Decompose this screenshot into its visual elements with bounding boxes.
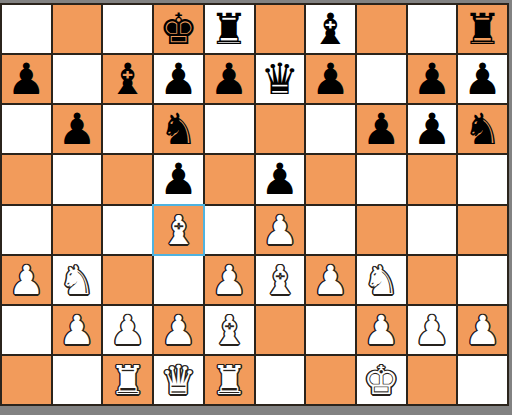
square-e1[interactable]: ♜: [205, 356, 254, 404]
white-bishop-icon: ♝: [161, 210, 197, 250]
square-f1[interactable]: [256, 356, 305, 404]
square-e8[interactable]: ♜: [205, 5, 254, 53]
black-rook-icon: ♜: [210, 8, 249, 51]
black-pawn-icon: ♟: [7, 58, 46, 101]
white-pawn-icon: ♟: [313, 260, 349, 300]
white-pawn-icon: ♟: [161, 310, 197, 350]
square-a4[interactable]: [2, 206, 51, 254]
white-pawn-icon: ♟: [465, 310, 501, 350]
white-pawn-icon: ♟: [262, 210, 298, 250]
square-h7[interactable]: [357, 55, 406, 103]
square-c6[interactable]: [103, 105, 152, 153]
white-pawn-icon: ♟: [8, 260, 44, 300]
square-j6[interactable]: ♞: [458, 105, 507, 153]
square-j1[interactable]: [458, 356, 507, 404]
white-pawn-icon: ♟: [414, 310, 450, 350]
square-j4[interactable]: [458, 206, 507, 254]
chess-board: ♚♜♝♜♟♝♟♟♛♟♟♟♟♞♟♟♞♟♟♝♟♟♞♟♝♟♞♟♟♟♝♟♟♟♜♛♜♚: [0, 3, 509, 406]
square-f8[interactable]: [256, 5, 305, 53]
square-a6[interactable]: [2, 105, 51, 153]
black-pawn-icon: ♟: [413, 108, 452, 151]
white-bishop-icon: ♝: [211, 310, 247, 350]
square-f3[interactable]: ♝: [256, 256, 305, 304]
square-d5[interactable]: ♟: [154, 155, 203, 203]
square-j3[interactable]: [458, 256, 507, 304]
black-bishop-icon: ♝: [311, 8, 350, 51]
square-b7[interactable]: [53, 55, 102, 103]
black-queen-icon: ♛: [261, 58, 300, 101]
square-b3[interactable]: ♞: [53, 256, 102, 304]
square-d1[interactable]: ♛: [154, 356, 203, 404]
square-j5[interactable]: [458, 155, 507, 203]
square-e5[interactable]: [205, 155, 254, 203]
square-b8[interactable]: [53, 5, 102, 53]
black-king-icon: ♚: [159, 8, 198, 51]
square-e2[interactable]: ♝: [205, 306, 254, 354]
square-i2[interactable]: ♟: [408, 306, 457, 354]
square-j2[interactable]: ♟: [458, 306, 507, 354]
white-rook-icon: ♜: [211, 360, 247, 400]
square-f5[interactable]: ♟: [256, 155, 305, 203]
square-e7[interactable]: ♟: [205, 55, 254, 103]
white-bishop-icon: ♝: [262, 260, 298, 300]
square-c3[interactable]: [103, 256, 152, 304]
white-knight-icon: ♞: [59, 260, 95, 300]
square-e4[interactable]: [205, 206, 254, 254]
square-g6[interactable]: [306, 105, 355, 153]
square-d2[interactable]: ♟: [154, 306, 203, 354]
square-g7[interactable]: ♟: [306, 55, 355, 103]
square-i6[interactable]: ♟: [408, 105, 457, 153]
square-j7[interactable]: ♟: [458, 55, 507, 103]
black-knight-icon: ♞: [463, 108, 502, 151]
black-pawn-icon: ♟: [210, 58, 249, 101]
square-e6[interactable]: [205, 105, 254, 153]
square-h8[interactable]: [357, 5, 406, 53]
square-c7[interactable]: ♝: [103, 55, 152, 103]
square-a8[interactable]: [2, 5, 51, 53]
black-pawn-icon: ♟: [159, 58, 198, 101]
square-g2[interactable]: [306, 306, 355, 354]
white-queen-icon: ♛: [161, 360, 197, 400]
square-i4[interactable]: [408, 206, 457, 254]
square-a5[interactable]: [2, 155, 51, 203]
square-h2[interactable]: ♟: [357, 306, 406, 354]
white-pawn-icon: ♟: [211, 260, 247, 300]
square-i7[interactable]: ♟: [408, 55, 457, 103]
square-g1[interactable]: [306, 356, 355, 404]
square-a7[interactable]: ♟: [2, 55, 51, 103]
black-pawn-icon: ♟: [159, 158, 198, 201]
black-knight-icon: ♞: [159, 108, 198, 151]
square-d3[interactable]: [154, 256, 203, 304]
desktop-background: ♚♜♝♜♟♝♟♟♛♟♟♟♟♞♟♟♞♟♟♝♟♟♞♟♝♟♞♟♟♟♝♟♟♟♜♛♜♚: [0, 0, 512, 415]
square-d8[interactable]: ♚: [154, 5, 203, 53]
white-knight-icon: ♞: [363, 260, 399, 300]
black-rook-icon: ♜: [463, 8, 502, 51]
square-i3[interactable]: [408, 256, 457, 304]
square-h4[interactable]: [357, 206, 406, 254]
black-pawn-icon: ♟: [58, 108, 97, 151]
square-e3[interactable]: ♟: [205, 256, 254, 304]
square-b6[interactable]: ♟: [53, 105, 102, 153]
square-f4[interactable]: ♟: [256, 206, 305, 254]
square-f7[interactable]: ♛: [256, 55, 305, 103]
square-h1[interactable]: ♚: [357, 356, 406, 404]
square-d7[interactable]: ♟: [154, 55, 203, 103]
square-a1[interactable]: [2, 356, 51, 404]
square-c5[interactable]: [103, 155, 152, 203]
black-pawn-icon: ♟: [463, 58, 502, 101]
square-i5[interactable]: [408, 155, 457, 203]
square-g3[interactable]: ♟: [306, 256, 355, 304]
square-h6[interactable]: ♟: [357, 105, 406, 153]
white-pawn-icon: ♟: [59, 310, 95, 350]
square-a2[interactable]: [2, 306, 51, 354]
square-b4[interactable]: [53, 206, 102, 254]
black-bishop-icon: ♝: [108, 58, 147, 101]
square-b2[interactable]: ♟: [53, 306, 102, 354]
black-pawn-icon: ♟: [311, 58, 350, 101]
square-j8[interactable]: ♜: [458, 5, 507, 53]
square-f2[interactable]: [256, 306, 305, 354]
square-i1[interactable]: [408, 356, 457, 404]
square-i8[interactable]: [408, 5, 457, 53]
square-a3[interactable]: ♟: [2, 256, 51, 304]
black-pawn-icon: ♟: [362, 108, 401, 151]
square-d6[interactable]: ♞: [154, 105, 203, 153]
square-h5[interactable]: [357, 155, 406, 203]
square-c1[interactable]: ♜: [103, 356, 152, 404]
white-king-icon: ♚: [363, 360, 399, 400]
white-pawn-icon: ♟: [110, 310, 146, 350]
square-g5[interactable]: [306, 155, 355, 203]
square-h3[interactable]: ♞: [357, 256, 406, 304]
square-g4[interactable]: [306, 206, 355, 254]
square-g8[interactable]: ♝: [306, 5, 355, 53]
square-d4[interactable]: ♝: [154, 206, 203, 254]
white-pawn-icon: ♟: [363, 310, 399, 350]
black-pawn-icon: ♟: [261, 158, 300, 201]
white-rook-icon: ♜: [110, 360, 146, 400]
square-b5[interactable]: [53, 155, 102, 203]
square-c8[interactable]: [103, 5, 152, 53]
square-c2[interactable]: ♟: [103, 306, 152, 354]
square-c4[interactable]: [103, 206, 152, 254]
black-pawn-icon: ♟: [413, 58, 452, 101]
square-f6[interactable]: [256, 105, 305, 153]
square-b1[interactable]: [53, 356, 102, 404]
